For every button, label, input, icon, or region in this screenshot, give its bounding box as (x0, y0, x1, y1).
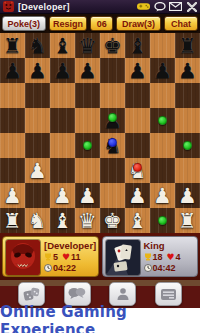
square-f5[interactable] (125, 108, 150, 133)
square-a2[interactable]: ♟ (0, 183, 25, 208)
square-a7[interactable]: ♟ (0, 58, 25, 83)
heart-count: 11 (71, 252, 81, 263)
square-c1[interactable]: ♝ (50, 208, 75, 233)
piece-white-rook: ♜ (0, 208, 25, 233)
square-d4[interactable] (75, 133, 100, 158)
square-g3[interactable] (150, 158, 175, 183)
square-b6[interactable] (25, 83, 50, 108)
square-e2[interactable] (100, 183, 125, 208)
piece-white-rook: ♜ (175, 208, 200, 233)
square-a1[interactable]: ♜ (0, 208, 25, 233)
piece-white-pawn: ♟ (50, 183, 75, 208)
square-f1[interactable]: ♝ (125, 208, 150, 233)
draw-button[interactable]: Draw(3) (116, 16, 161, 31)
square-c3[interactable] (50, 158, 75, 183)
chess-board: ♜♞♝♛♚♝♜♟♟♟♟♟♟♟♟♞♟♞♟♟♟♟♟♟♜♞♝♛♚♝♜ (0, 33, 200, 233)
heart-icon: ♥ (167, 253, 175, 262)
square-a6[interactable] (0, 83, 25, 108)
piece-black-knight: ♞ (100, 133, 125, 158)
square-f7[interactable]: ♟ (125, 58, 150, 83)
square-e7[interactable] (100, 58, 125, 83)
square-c7[interactable]: ♟ (50, 58, 75, 83)
piece-black-pawn: ♟ (100, 108, 125, 133)
square-g8[interactable] (150, 33, 175, 58)
square-c2[interactable]: ♟ (50, 183, 75, 208)
player-name: [Developer] (44, 240, 96, 252)
green-move-dot (158, 116, 167, 125)
cards-wallet-icon (160, 288, 177, 301)
dice-icon (23, 287, 40, 302)
clock-icon (144, 264, 152, 272)
square-a5[interactable] (0, 108, 25, 133)
player-clock: 04:22 (53, 263, 76, 274)
chat-bubbles-icon (68, 287, 86, 301)
square-d7[interactable]: ♟ (75, 58, 100, 83)
piece-white-pawn: ♟ (75, 183, 100, 208)
piece-white-pawn: ♟ (0, 183, 25, 208)
green-move-dot (83, 141, 92, 150)
square-h3[interactable] (175, 158, 200, 183)
square-e6[interactable] (100, 83, 125, 108)
piece-black-rook: ♜ (0, 33, 25, 58)
piece-black-pawn: ♟ (0, 58, 25, 83)
gamepad-icon[interactable] (137, 1, 150, 12)
piece-black-queen: ♛ (75, 33, 100, 58)
move-counter-button[interactable]: 06 (90, 16, 113, 31)
person-icon (116, 287, 130, 301)
piece-black-rook: ♜ (175, 33, 200, 58)
square-d6[interactable] (75, 83, 100, 108)
piece-white-pawn: ♟ (175, 183, 200, 208)
piece-white-pawn: ♟ (125, 183, 150, 208)
square-g7[interactable]: ♟ (150, 58, 175, 83)
square-f2[interactable]: ♟ (125, 183, 150, 208)
piece-white-queen: ♛ (75, 208, 100, 233)
square-d5[interactable] (75, 108, 100, 133)
square-h6[interactable] (175, 83, 200, 108)
red-move-dot (133, 163, 142, 172)
square-f6[interactable] (125, 83, 150, 108)
square-h2[interactable]: ♟ (175, 183, 200, 208)
heart-icon: ♥ (62, 253, 70, 262)
green-move-dot (108, 113, 117, 122)
square-g2[interactable]: ♟ (150, 183, 175, 208)
square-b5[interactable] (25, 108, 50, 133)
trophy-count: 5 (53, 252, 58, 263)
square-c5[interactable] (50, 108, 75, 133)
piece-white-knight: ♞ (25, 208, 50, 233)
developer-avatar (5, 239, 41, 276)
poke-button[interactable]: Poke(3) (2, 16, 46, 31)
square-e5[interactable]: ♟ (100, 108, 125, 133)
piece-black-pawn: ♟ (150, 58, 175, 83)
piece-black-pawn: ♟ (25, 58, 50, 83)
piece-black-bishop: ♝ (125, 33, 150, 58)
square-e3[interactable] (100, 158, 125, 183)
piece-white-knight: ♞ (125, 158, 150, 183)
square-b3[interactable]: ♟ (25, 158, 50, 183)
square-d8[interactable]: ♛ (75, 33, 100, 58)
clock-icon (44, 264, 52, 272)
square-b7[interactable]: ♟ (25, 58, 50, 83)
piece-black-bishop: ♝ (50, 33, 75, 58)
trophy-count: 18 (153, 252, 163, 263)
menu-bar: Poke(3) Resign 06 Draw(3) Chat (0, 14, 200, 33)
square-f8[interactable]: ♝ (125, 33, 150, 58)
square-d1[interactable]: ♛ (75, 208, 100, 233)
devil-avatar-icon (2, 1, 15, 12)
square-g4[interactable] (150, 133, 175, 158)
piece-black-pawn: ♟ (125, 58, 150, 83)
square-h8[interactable]: ♜ (175, 33, 200, 58)
player-clock: 04:42 (153, 263, 176, 274)
square-g5[interactable] (150, 108, 175, 133)
square-a3[interactable] (0, 158, 25, 183)
square-a8[interactable]: ♜ (0, 33, 25, 58)
square-b4[interactable] (25, 133, 50, 158)
green-move-dot (158, 216, 167, 225)
square-h5[interactable] (175, 108, 200, 133)
piece-black-pawn: ♟ (175, 58, 200, 83)
square-f4[interactable] (125, 133, 150, 158)
piece-black-knight: ♞ (25, 33, 50, 58)
trophy-icon (44, 253, 52, 261)
square-b1[interactable]: ♞ (25, 208, 50, 233)
piece-black-pawn: ♟ (75, 58, 100, 83)
green-move-dot (183, 141, 192, 150)
envelope-icon[interactable] (169, 1, 182, 12)
piece-black-pawn: ♟ (50, 58, 75, 83)
square-h1[interactable]: ♜ (175, 208, 200, 233)
piece-black-king: ♚ (100, 33, 125, 58)
square-e1[interactable]: ♚ (100, 208, 125, 233)
player-name: King (144, 240, 184, 252)
king-avatar (105, 239, 141, 276)
window-title: [Developer] (18, 2, 134, 12)
square-c8[interactable]: ♝ (50, 33, 75, 58)
chat-button[interactable]: Chat (164, 16, 198, 31)
ad-banner[interactable]: Online Gaming Experience (0, 308, 200, 333)
resign-button[interactable]: Resign (49, 16, 88, 31)
ad-banner-text: Online Gaming Experience (0, 303, 200, 333)
title-bar: [Developer] (0, 0, 200, 14)
heart-count: 4 (176, 252, 181, 263)
chat-bubble-icon[interactable] (153, 1, 166, 12)
square-e8[interactable]: ♚ (100, 33, 125, 58)
square-g6[interactable] (150, 83, 175, 108)
piece-white-pawn: ♟ (25, 158, 50, 183)
piece-white-pawn: ♟ (150, 183, 175, 208)
square-c4[interactable] (50, 133, 75, 158)
square-b2[interactable] (25, 183, 50, 208)
square-b8[interactable]: ♞ (25, 33, 50, 58)
piece-white-bishop: ♝ (50, 208, 75, 233)
square-e4[interactable]: ♞ (100, 133, 125, 158)
blue-move-dot (108, 138, 117, 147)
square-d3[interactable] (75, 158, 100, 183)
square-a4[interactable] (0, 133, 25, 158)
square-d2[interactable]: ♟ (75, 183, 100, 208)
piece-white-king: ♚ (100, 208, 125, 233)
square-f3[interactable]: ♞ (125, 158, 150, 183)
square-h4[interactable] (175, 133, 200, 158)
square-h7[interactable]: ♟ (175, 58, 200, 83)
close-icon[interactable] (185, 1, 198, 12)
player-card-developer[interactable]: [Developer] 5 ♥ 11 04:22 (2, 236, 99, 277)
square-c6[interactable] (50, 83, 75, 108)
square-g1[interactable] (150, 208, 175, 233)
piece-white-bishop: ♝ (125, 208, 150, 233)
trophy-icon (144, 253, 152, 261)
player-card-king[interactable]: King 18 ♥ 4 04:42 (102, 236, 199, 277)
player-info-section: [Developer] 5 ♥ 11 04:22 King 18 ♥ 4 (0, 233, 200, 280)
